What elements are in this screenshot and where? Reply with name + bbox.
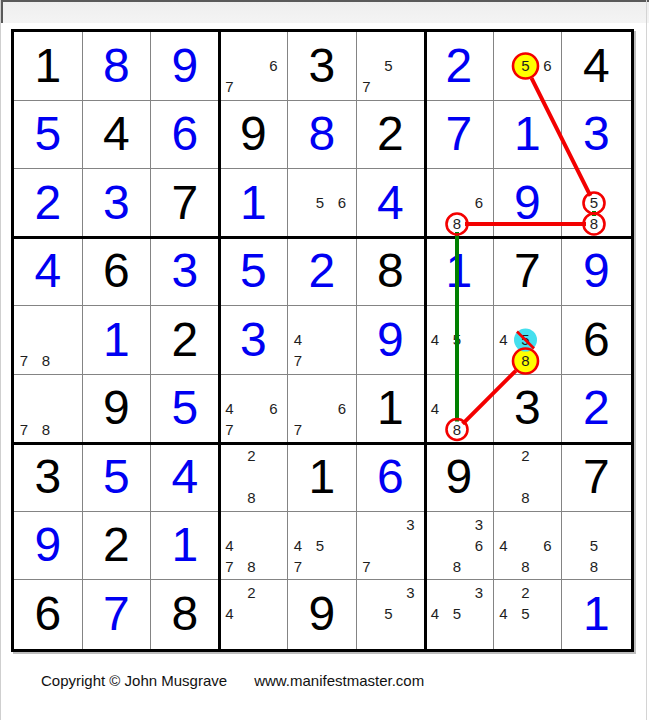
solved-digit: 3 bbox=[151, 238, 219, 306]
candidate-6: 6 bbox=[263, 57, 285, 75]
window: 1896735725645469827132371564689584635281… bbox=[0, 0, 650, 720]
candidate-7: 7 bbox=[13, 352, 35, 370]
candidate-6: 6 bbox=[331, 400, 353, 418]
solved-digit: 6 bbox=[151, 101, 219, 169]
cell-r6c7[interactable]: 48 bbox=[425, 375, 494, 444]
candidate-4: 4 bbox=[219, 400, 241, 418]
cell-r9c1[interactable]: 6 bbox=[14, 580, 83, 649]
cell-r7c8[interactable]: 28 bbox=[494, 443, 563, 512]
cell-r8c7[interactable]: 368 bbox=[425, 512, 494, 581]
cell-r9c6[interactable]: 35 bbox=[357, 580, 426, 649]
cell-r2c8[interactable]: 1 bbox=[494, 101, 563, 170]
cell-r8c3[interactable]: 1 bbox=[151, 512, 220, 581]
solved-digit: 4 bbox=[14, 238, 82, 306]
cell-grid: 1896735725645469827132371564689584635281… bbox=[14, 32, 631, 649]
cell-r3c9[interactable]: 58 bbox=[562, 169, 631, 238]
candidate-6: 6 bbox=[468, 194, 490, 212]
cell-r8c8[interactable]: 468 bbox=[494, 512, 563, 581]
given-digit: 3 bbox=[14, 443, 82, 511]
given-digit: 2 bbox=[357, 101, 425, 169]
candidate-2: 2 bbox=[515, 447, 537, 465]
given-digit: 7 bbox=[151, 169, 219, 237]
solved-digit: 4 bbox=[151, 443, 219, 511]
candidate-5: 5 bbox=[309, 194, 331, 212]
candidate-4: 4 bbox=[287, 537, 309, 555]
footer: Copyright © John Musgrave www.manifestma… bbox=[41, 672, 424, 689]
solved-digit: 8 bbox=[83, 32, 151, 100]
cell-r7c4[interactable]: 28 bbox=[220, 443, 289, 512]
candidate-4: 4 bbox=[493, 537, 515, 555]
cell-r4c4[interactable]: 5 bbox=[220, 238, 289, 307]
solved-digit: 1 bbox=[562, 580, 631, 649]
given-digit: 6 bbox=[83, 238, 151, 306]
candidate-7: 7 bbox=[356, 78, 378, 96]
cell-r3c8[interactable]: 9 bbox=[494, 169, 563, 238]
cell-r8c2[interactable]: 2 bbox=[83, 512, 152, 581]
candidate-6: 6 bbox=[537, 537, 559, 555]
cell-r1c4[interactable]: 67 bbox=[220, 32, 289, 101]
cell-r9c5[interactable]: 9 bbox=[288, 580, 357, 649]
cell-r7c2[interactable]: 5 bbox=[83, 443, 152, 512]
cell-r4c6[interactable]: 8 bbox=[357, 238, 426, 307]
solved-digit: 1 bbox=[151, 512, 219, 580]
cell-r3c3[interactable]: 7 bbox=[151, 169, 220, 238]
candidate-5: 5 bbox=[583, 537, 605, 555]
candidate-8: 8 bbox=[515, 558, 537, 576]
candidate-4: 4 bbox=[424, 331, 446, 349]
candidate-8: 8 bbox=[583, 558, 605, 576]
candidate-4: 4 bbox=[219, 537, 241, 555]
cell-r4c7[interactable]: 1 bbox=[425, 238, 494, 307]
given-digit: 1 bbox=[288, 443, 356, 511]
cell-r6c6[interactable]: 1 bbox=[357, 375, 426, 444]
cell-r7c5[interactable]: 1 bbox=[288, 443, 357, 512]
given-digit: 8 bbox=[357, 238, 425, 306]
cell-r1c3[interactable]: 9 bbox=[151, 32, 220, 101]
sudoku-board: 1896735725645469827132371564689584635281… bbox=[11, 29, 634, 652]
given-digit: 9 bbox=[220, 101, 288, 169]
candidate-5: 5 bbox=[515, 331, 537, 349]
cell-r1c9[interactable]: 4 bbox=[562, 32, 631, 101]
candidate-6: 6 bbox=[537, 57, 559, 75]
solved-digit: 9 bbox=[494, 169, 562, 237]
candidate-3: 3 bbox=[468, 516, 490, 534]
cell-r5c3[interactable]: 2 bbox=[151, 306, 220, 375]
given-digit: 9 bbox=[83, 375, 151, 443]
cell-r6c8[interactable]: 3 bbox=[494, 375, 563, 444]
given-digit: 9 bbox=[288, 580, 356, 649]
solved-digit: 3 bbox=[562, 101, 631, 169]
given-digit: 2 bbox=[151, 306, 219, 374]
cell-r2c2[interactable]: 4 bbox=[83, 101, 152, 170]
cell-r9c4[interactable]: 24 bbox=[220, 580, 289, 649]
cell-r9c7[interactable]: 345 bbox=[425, 580, 494, 649]
cell-r5c7[interactable]: 45 bbox=[425, 306, 494, 375]
solved-digit: 7 bbox=[83, 580, 151, 649]
cell-r5c9[interactable]: 6 bbox=[562, 306, 631, 375]
cell-r5c6[interactable]: 9 bbox=[357, 306, 426, 375]
cell-r2c1[interactable]: 5 bbox=[14, 101, 83, 170]
window-right-edge bbox=[646, 0, 647, 720]
candidate-4: 4 bbox=[424, 400, 446, 418]
solved-digit: 7 bbox=[425, 101, 493, 169]
cell-r6c1[interactable]: 78 bbox=[14, 375, 83, 444]
candidate-7: 7 bbox=[219, 421, 241, 439]
candidate-6: 6 bbox=[331, 194, 353, 212]
candidate-3: 3 bbox=[468, 584, 490, 602]
cell-r4c1[interactable]: 4 bbox=[14, 238, 83, 307]
cell-r9c3[interactable]: 8 bbox=[151, 580, 220, 649]
candidate-6: 6 bbox=[263, 400, 285, 418]
cell-r8c1[interactable]: 9 bbox=[14, 512, 83, 581]
cell-r4c2[interactable]: 6 bbox=[83, 238, 152, 307]
cell-r1c8[interactable]: 56 bbox=[494, 32, 563, 101]
candidate-6: 6 bbox=[468, 537, 490, 555]
solved-digit: 9 bbox=[562, 238, 631, 306]
website-text: www.manifestmaster.com bbox=[254, 672, 424, 689]
solved-digit: 3 bbox=[83, 169, 151, 237]
candidate-5: 5 bbox=[446, 331, 468, 349]
candidate-7: 7 bbox=[287, 421, 309, 439]
solved-digit: 5 bbox=[14, 101, 82, 169]
cell-r6c9[interactable]: 2 bbox=[562, 375, 631, 444]
cell-r3c6[interactable]: 4 bbox=[357, 169, 426, 238]
cell-r8c5[interactable]: 457 bbox=[288, 512, 357, 581]
solved-digit: 5 bbox=[220, 238, 288, 306]
cell-r1c5[interactable]: 3 bbox=[288, 32, 357, 101]
given-digit: 1 bbox=[357, 375, 425, 443]
candidate-8: 8 bbox=[241, 489, 263, 507]
candidate-8: 8 bbox=[35, 352, 57, 370]
cell-r1c1[interactable]: 1 bbox=[14, 32, 83, 101]
cell-r4c8[interactable]: 7 bbox=[494, 238, 563, 307]
given-digit: 8 bbox=[151, 580, 219, 649]
candidate-7: 7 bbox=[13, 421, 35, 439]
cell-r7c9[interactable]: 7 bbox=[562, 443, 631, 512]
box-border-horizontal-2 bbox=[14, 442, 631, 445]
candidate-8: 8 bbox=[515, 489, 537, 507]
given-digit: 1 bbox=[14, 32, 82, 100]
cell-r7c6[interactable]: 6 bbox=[357, 443, 426, 512]
cell-r5c5[interactable]: 47 bbox=[288, 306, 357, 375]
candidate-7: 7 bbox=[219, 78, 241, 96]
cell-r8c9[interactable]: 58 bbox=[562, 512, 631, 581]
cell-r4c5[interactable]: 2 bbox=[288, 238, 357, 307]
cell-r7c1[interactable]: 3 bbox=[14, 443, 83, 512]
cell-r8c6[interactable]: 37 bbox=[357, 512, 426, 581]
solved-digit: 9 bbox=[151, 32, 219, 100]
given-digit: 7 bbox=[494, 238, 562, 306]
cell-r6c3[interactable]: 5 bbox=[151, 375, 220, 444]
candidate-8: 8 bbox=[241, 558, 263, 576]
candidate-5: 5 bbox=[446, 605, 468, 623]
solved-digit: 9 bbox=[357, 306, 425, 374]
solved-digit: 9 bbox=[14, 512, 82, 580]
cell-r3c4[interactable]: 1 bbox=[220, 169, 289, 238]
cell-r5c1[interactable]: 78 bbox=[14, 306, 83, 375]
solved-digit: 1 bbox=[83, 306, 151, 374]
cell-r2c7[interactable]: 7 bbox=[425, 101, 494, 170]
cell-r3c5[interactable]: 56 bbox=[288, 169, 357, 238]
cell-r2c4[interactable]: 9 bbox=[220, 101, 289, 170]
given-digit: 9 bbox=[425, 443, 493, 511]
candidate-3: 3 bbox=[400, 584, 422, 602]
candidate-7: 7 bbox=[219, 558, 241, 576]
solved-digit: 1 bbox=[494, 101, 562, 169]
cell-r5c8[interactable]: 458 bbox=[494, 306, 563, 375]
given-digit: 3 bbox=[288, 32, 356, 100]
candidate-4: 4 bbox=[219, 605, 241, 623]
candidate-4: 4 bbox=[493, 331, 515, 349]
candidate-2: 2 bbox=[515, 584, 537, 602]
cell-r4c9[interactable]: 9 bbox=[562, 238, 631, 307]
cell-r1c2[interactable]: 8 bbox=[83, 32, 152, 101]
candidate-7: 7 bbox=[356, 558, 378, 576]
solved-digit: 6 bbox=[357, 443, 425, 511]
solved-digit: 1 bbox=[425, 238, 493, 306]
cell-r2c5[interactable]: 8 bbox=[288, 101, 357, 170]
solved-digit: 5 bbox=[151, 375, 219, 443]
solved-digit: 5 bbox=[83, 443, 151, 511]
cell-r7c3[interactable]: 4 bbox=[151, 443, 220, 512]
given-digit: 7 bbox=[562, 443, 631, 511]
cell-r2c9[interactable]: 3 bbox=[562, 101, 631, 170]
candidate-8: 8 bbox=[446, 215, 468, 233]
given-digit: 6 bbox=[562, 306, 631, 374]
candidate-4: 4 bbox=[287, 331, 309, 349]
cell-r4c3[interactable]: 3 bbox=[151, 238, 220, 307]
cell-r7c7[interactable]: 9 bbox=[425, 443, 494, 512]
candidate-8: 8 bbox=[446, 421, 468, 439]
cell-r8c4[interactable]: 478 bbox=[220, 512, 289, 581]
given-digit: 3 bbox=[494, 375, 562, 443]
cell-r3c2[interactable]: 3 bbox=[83, 169, 152, 238]
candidate-2: 2 bbox=[241, 447, 263, 465]
solved-digit: 2 bbox=[425, 32, 493, 100]
cell-r1c7[interactable]: 2 bbox=[425, 32, 494, 101]
candidate-5: 5 bbox=[583, 194, 605, 212]
candidate-3: 3 bbox=[400, 516, 422, 534]
cell-r6c5[interactable]: 67 bbox=[288, 375, 357, 444]
cell-r5c4[interactable]: 3 bbox=[220, 306, 289, 375]
box-border-horizontal-1 bbox=[14, 236, 631, 239]
candidate-8: 8 bbox=[515, 352, 537, 370]
cell-r2c3[interactable]: 6 bbox=[151, 101, 220, 170]
cell-r3c7[interactable]: 68 bbox=[425, 169, 494, 238]
solved-digit: 1 bbox=[220, 169, 288, 237]
box-border-vertical-1 bbox=[218, 32, 221, 649]
given-digit: 2 bbox=[83, 512, 151, 580]
cell-r1c6[interactable]: 57 bbox=[357, 32, 426, 101]
candidate-5: 5 bbox=[378, 57, 400, 75]
solved-digit: 2 bbox=[562, 375, 631, 443]
cell-r6c2[interactable]: 9 bbox=[83, 375, 152, 444]
cell-r5c2[interactable]: 1 bbox=[83, 306, 152, 375]
candidate-8: 8 bbox=[583, 215, 605, 233]
cell-r9c2[interactable]: 7 bbox=[83, 580, 152, 649]
candidate-8: 8 bbox=[446, 558, 468, 576]
candidate-7: 7 bbox=[287, 352, 309, 370]
solved-digit: 4 bbox=[357, 169, 425, 237]
solved-digit: 8 bbox=[288, 101, 356, 169]
candidate-5: 5 bbox=[515, 605, 537, 623]
given-digit: 6 bbox=[14, 580, 82, 649]
candidate-2: 2 bbox=[241, 584, 263, 602]
cell-r3c1[interactable]: 2 bbox=[14, 169, 83, 238]
cell-r6c4[interactable]: 467 bbox=[220, 375, 289, 444]
title-bar bbox=[1, 0, 649, 23]
candidate-7: 7 bbox=[287, 558, 309, 576]
candidate-8: 8 bbox=[35, 421, 57, 439]
cell-r9c8[interactable]: 245 bbox=[494, 580, 563, 649]
solved-digit: 3 bbox=[220, 306, 288, 374]
candidate-4: 4 bbox=[424, 605, 446, 623]
candidate-5: 5 bbox=[309, 537, 331, 555]
candidate-5: 5 bbox=[378, 605, 400, 623]
box-border-vertical-2 bbox=[424, 32, 427, 649]
candidate-4: 4 bbox=[493, 605, 515, 623]
given-digit: 4 bbox=[562, 32, 631, 100]
copyright-text: Copyright © John Musgrave bbox=[41, 672, 227, 689]
candidate-5: 5 bbox=[515, 57, 537, 75]
cell-r2c6[interactable]: 2 bbox=[357, 101, 426, 170]
given-digit: 4 bbox=[83, 101, 151, 169]
cell-r9c9[interactable]: 1 bbox=[562, 580, 631, 649]
solved-digit: 2 bbox=[288, 238, 356, 306]
solved-digit: 2 bbox=[14, 169, 82, 237]
